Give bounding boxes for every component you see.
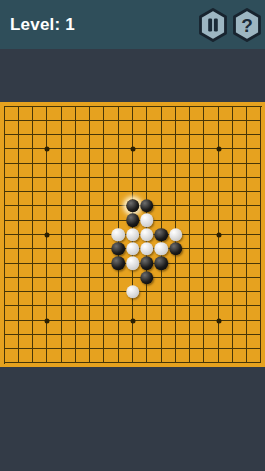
board-cell[interactable] — [176, 335, 190, 349]
board-cell[interactable] — [147, 278, 161, 292]
board-cell[interactable] — [133, 164, 147, 178]
board-cell[interactable] — [219, 249, 233, 263]
board-cell[interactable] — [247, 292, 261, 306]
board-cell[interactable] — [19, 206, 33, 220]
board-cell[interactable] — [204, 235, 218, 249]
board-cell[interactable] — [133, 121, 147, 135]
board-cell[interactable] — [162, 221, 176, 235]
board-cell[interactable] — [5, 135, 19, 149]
board-cell[interactable] — [47, 121, 61, 135]
board-cell[interactable] — [247, 235, 261, 249]
board-cell[interactable] — [233, 178, 247, 192]
board-cell[interactable] — [162, 121, 176, 135]
board-cell[interactable] — [204, 149, 218, 163]
board-cell[interactable] — [47, 264, 61, 278]
board-cell[interactable] — [247, 349, 261, 363]
board-cell[interactable] — [76, 278, 90, 292]
board-cell[interactable] — [104, 135, 118, 149]
board-cell[interactable] — [62, 192, 76, 206]
board-cell[interactable] — [62, 235, 76, 249]
board-cell[interactable] — [33, 264, 47, 278]
board-cell[interactable] — [190, 135, 204, 149]
board-cell[interactable] — [219, 321, 233, 335]
board-cell[interactable] — [47, 321, 61, 335]
board-cell[interactable] — [204, 249, 218, 263]
board-cell[interactable] — [190, 235, 204, 249]
board-cell[interactable] — [76, 349, 90, 363]
board-cell[interactable] — [119, 349, 133, 363]
board-cell[interactable] — [62, 349, 76, 363]
board-cell[interactable] — [176, 349, 190, 363]
board-cell[interactable] — [162, 164, 176, 178]
board-cell[interactable] — [90, 206, 104, 220]
board-cell[interactable] — [219, 335, 233, 349]
board-cell[interactable] — [5, 164, 19, 178]
board-cell[interactable] — [133, 221, 147, 235]
board-cell[interactable] — [19, 164, 33, 178]
board-cell[interactable] — [33, 192, 47, 206]
board-cell[interactable] — [5, 192, 19, 206]
board-cell[interactable] — [119, 107, 133, 121]
board-cell[interactable] — [76, 192, 90, 206]
board-cell[interactable] — [133, 278, 147, 292]
board-cell[interactable] — [219, 349, 233, 363]
board-cell[interactable] — [5, 221, 19, 235]
board-cell[interactable] — [5, 121, 19, 135]
board-cell[interactable] — [204, 192, 218, 206]
board-cell[interactable] — [5, 149, 19, 163]
board-cell[interactable] — [219, 306, 233, 320]
board-cell[interactable] — [233, 292, 247, 306]
board-cell[interactable] — [233, 206, 247, 220]
board-cell[interactable] — [119, 178, 133, 192]
board-cell[interactable] — [5, 321, 19, 335]
board-cell[interactable] — [247, 135, 261, 149]
board-cell[interactable] — [90, 249, 104, 263]
board-cell[interactable] — [147, 264, 161, 278]
board-cell[interactable] — [90, 264, 104, 278]
board-cell[interactable] — [204, 178, 218, 192]
board-cell[interactable] — [62, 321, 76, 335]
board-cell[interactable] — [190, 121, 204, 135]
board-cell[interactable] — [104, 335, 118, 349]
board-cell[interactable] — [190, 264, 204, 278]
board-cell[interactable] — [33, 321, 47, 335]
board-cell[interactable] — [233, 107, 247, 121]
board-cell[interactable] — [162, 306, 176, 320]
board-cell[interactable] — [62, 292, 76, 306]
go-board[interactable] — [0, 102, 265, 367]
board-cell[interactable] — [219, 221, 233, 235]
board-cell[interactable] — [47, 349, 61, 363]
board-cell[interactable] — [162, 321, 176, 335]
board-cell[interactable] — [162, 292, 176, 306]
board-cell[interactable] — [5, 249, 19, 263]
board-cell[interactable] — [104, 264, 118, 278]
board-cell[interactable] — [233, 221, 247, 235]
board-cell[interactable] — [33, 107, 47, 121]
board-cell[interactable] — [90, 178, 104, 192]
board-cell[interactable] — [176, 135, 190, 149]
board-cell[interactable] — [176, 264, 190, 278]
board-cell[interactable] — [33, 306, 47, 320]
board-cell[interactable] — [33, 164, 47, 178]
board-cell[interactable] — [76, 264, 90, 278]
board-cell[interactable] — [47, 164, 61, 178]
board-cell[interactable] — [104, 121, 118, 135]
board-cell[interactable] — [233, 149, 247, 163]
board-cell[interactable] — [219, 121, 233, 135]
board-cell[interactable] — [47, 306, 61, 320]
board-cell[interactable] — [47, 149, 61, 163]
board-cell[interactable] — [104, 292, 118, 306]
board-cell[interactable] — [247, 221, 261, 235]
board-cell[interactable] — [119, 221, 133, 235]
board-cell[interactable] — [219, 192, 233, 206]
board-cell[interactable] — [147, 235, 161, 249]
board-cell[interactable] — [33, 249, 47, 263]
board-cell[interactable] — [247, 107, 261, 121]
board-cell[interactable] — [162, 149, 176, 163]
board-cell[interactable] — [104, 178, 118, 192]
board-cell[interactable] — [190, 335, 204, 349]
board-cell[interactable] — [62, 249, 76, 263]
board-cell[interactable] — [119, 335, 133, 349]
board-cell[interactable] — [90, 121, 104, 135]
board-cell[interactable] — [33, 149, 47, 163]
board-cell[interactable] — [90, 135, 104, 149]
board-cell[interactable] — [147, 206, 161, 220]
board-cell[interactable] — [204, 278, 218, 292]
board-cell[interactable] — [19, 121, 33, 135]
board-cell[interactable] — [133, 206, 147, 220]
board-cell[interactable] — [219, 107, 233, 121]
board-cell[interactable] — [119, 164, 133, 178]
board-cell[interactable] — [233, 264, 247, 278]
board-cell[interactable] — [190, 149, 204, 163]
board-cell[interactable] — [219, 206, 233, 220]
board-cell[interactable] — [247, 206, 261, 220]
board-cell[interactable] — [47, 135, 61, 149]
board-cell[interactable] — [133, 335, 147, 349]
board-cell[interactable] — [76, 235, 90, 249]
board-cell[interactable] — [204, 292, 218, 306]
board-cell[interactable] — [219, 292, 233, 306]
board-cell[interactable] — [247, 278, 261, 292]
board-cell[interactable] — [147, 321, 161, 335]
board-cell[interactable] — [62, 121, 76, 135]
board-cell[interactable] — [104, 221, 118, 235]
board-cell[interactable] — [176, 321, 190, 335]
board-cell[interactable] — [76, 249, 90, 263]
board-cell[interactable] — [219, 264, 233, 278]
board-cell[interactable] — [147, 121, 161, 135]
board-cell[interactable] — [233, 235, 247, 249]
board-cell[interactable] — [176, 221, 190, 235]
board-cell[interactable] — [47, 178, 61, 192]
board-cell[interactable] — [204, 107, 218, 121]
board-cell[interactable] — [133, 149, 147, 163]
board-cell[interactable] — [19, 221, 33, 235]
board-cell[interactable] — [119, 235, 133, 249]
board-cell[interactable] — [5, 306, 19, 320]
board-cell[interactable] — [233, 164, 247, 178]
board-cell[interactable] — [219, 278, 233, 292]
board-cell[interactable] — [162, 335, 176, 349]
board-cell[interactable] — [147, 221, 161, 235]
board-cell[interactable] — [19, 235, 33, 249]
board-cell[interactable] — [190, 292, 204, 306]
board-cell[interactable] — [247, 121, 261, 135]
board-cell[interactable] — [162, 135, 176, 149]
board-cell[interactable] — [62, 135, 76, 149]
board-cell[interactable] — [19, 292, 33, 306]
board-cell[interactable] — [190, 321, 204, 335]
board-cell[interactable] — [62, 164, 76, 178]
board-cell[interactable] — [133, 264, 147, 278]
board-cell[interactable] — [176, 121, 190, 135]
board-cell[interactable] — [147, 164, 161, 178]
board-cell[interactable] — [147, 349, 161, 363]
board-cell[interactable] — [119, 264, 133, 278]
board-cell[interactable] — [104, 249, 118, 263]
board-cell[interactable] — [219, 135, 233, 149]
board-cell[interactable] — [176, 192, 190, 206]
board-cell[interactable] — [62, 221, 76, 235]
board-cell[interactable] — [47, 235, 61, 249]
board-cell[interactable] — [190, 107, 204, 121]
board-cell[interactable] — [62, 206, 76, 220]
board-cell[interactable] — [133, 192, 147, 206]
board-cell[interactable] — [119, 135, 133, 149]
board-cell[interactable] — [147, 178, 161, 192]
board-cell[interactable] — [247, 149, 261, 163]
board-cell[interactable] — [90, 107, 104, 121]
board-cell[interactable] — [176, 306, 190, 320]
board-cell[interactable] — [90, 235, 104, 249]
board-cell[interactable] — [47, 278, 61, 292]
board-cell[interactable] — [133, 306, 147, 320]
board-cell[interactable] — [62, 178, 76, 192]
board-cell[interactable] — [233, 192, 247, 206]
board-cell[interactable] — [90, 335, 104, 349]
board-cell[interactable] — [133, 321, 147, 335]
board-cell[interactable] — [247, 178, 261, 192]
board-cell[interactable] — [33, 349, 47, 363]
board-cell[interactable] — [47, 221, 61, 235]
board-cell[interactable] — [90, 149, 104, 163]
board-cell[interactable] — [119, 206, 133, 220]
board-cell[interactable] — [204, 206, 218, 220]
board-cell[interactable] — [5, 278, 19, 292]
board-cell[interactable] — [76, 107, 90, 121]
board-cell[interactable] — [62, 107, 76, 121]
board-cell[interactable] — [247, 335, 261, 349]
board-cell[interactable] — [76, 121, 90, 135]
board-cell[interactable] — [162, 206, 176, 220]
board-cell[interactable] — [33, 235, 47, 249]
board-cell[interactable] — [5, 178, 19, 192]
board-cell[interactable] — [162, 278, 176, 292]
board-cell[interactable] — [233, 135, 247, 149]
board-cell[interactable] — [90, 192, 104, 206]
board-cell[interactable] — [47, 335, 61, 349]
board-cell[interactable] — [104, 235, 118, 249]
board-cell[interactable] — [19, 321, 33, 335]
board-cell[interactable] — [190, 306, 204, 320]
board-cell[interactable] — [147, 192, 161, 206]
board-cell[interactable] — [176, 178, 190, 192]
board-cell[interactable] — [90, 278, 104, 292]
board-cell[interactable] — [133, 235, 147, 249]
board-cell[interactable] — [90, 164, 104, 178]
board-cell[interactable] — [133, 178, 147, 192]
board-cell[interactable] — [33, 335, 47, 349]
board-cell[interactable] — [204, 135, 218, 149]
board-cell[interactable] — [176, 292, 190, 306]
board-cell[interactable] — [204, 264, 218, 278]
board-cell[interactable] — [190, 206, 204, 220]
board-cell[interactable] — [76, 306, 90, 320]
board-cell[interactable] — [147, 249, 161, 263]
board-cell[interactable] — [204, 321, 218, 335]
board-cell[interactable] — [62, 278, 76, 292]
board-cell[interactable] — [247, 164, 261, 178]
board-cell[interactable] — [204, 121, 218, 135]
board-cell[interactable] — [104, 107, 118, 121]
board-cell[interactable] — [19, 349, 33, 363]
board-cell[interactable] — [119, 192, 133, 206]
board-cell[interactable] — [162, 178, 176, 192]
board-cell[interactable] — [162, 349, 176, 363]
board-cell[interactable] — [176, 149, 190, 163]
board-cell[interactable] — [190, 178, 204, 192]
board-cell[interactable] — [176, 278, 190, 292]
board-cell[interactable] — [5, 264, 19, 278]
board-cell[interactable] — [176, 107, 190, 121]
board-cell[interactable] — [204, 164, 218, 178]
board-cell[interactable] — [33, 206, 47, 220]
board-cell[interactable] — [19, 335, 33, 349]
board-cell[interactable] — [19, 249, 33, 263]
board-cell[interactable] — [104, 349, 118, 363]
board-cell[interactable] — [190, 278, 204, 292]
board-cell[interactable] — [5, 292, 19, 306]
board-cell[interactable] — [104, 306, 118, 320]
board-cell[interactable] — [47, 192, 61, 206]
board-cell[interactable] — [147, 107, 161, 121]
board-cell[interactable] — [233, 335, 247, 349]
board-cell[interactable] — [176, 164, 190, 178]
board-cell[interactable] — [5, 206, 19, 220]
board-cell[interactable] — [119, 292, 133, 306]
board-cell[interactable] — [162, 235, 176, 249]
board-cell[interactable] — [119, 321, 133, 335]
board-cell[interactable] — [204, 335, 218, 349]
board-cell[interactable] — [76, 178, 90, 192]
board-cell[interactable] — [233, 278, 247, 292]
board-cell[interactable] — [233, 306, 247, 320]
board-cell[interactable] — [247, 249, 261, 263]
board-cell[interactable] — [47, 249, 61, 263]
board-cell[interactable] — [204, 221, 218, 235]
board-cell[interactable] — [247, 264, 261, 278]
board-cell[interactable] — [33, 278, 47, 292]
board-cell[interactable] — [233, 121, 247, 135]
board-cell[interactable] — [147, 306, 161, 320]
board-cell[interactable] — [19, 306, 33, 320]
board-cell[interactable] — [190, 164, 204, 178]
board-cell[interactable] — [19, 192, 33, 206]
board-cell[interactable] — [204, 349, 218, 363]
board-cell[interactable] — [190, 221, 204, 235]
board-cell[interactable] — [233, 349, 247, 363]
board-cell[interactable] — [19, 135, 33, 149]
board-cell[interactable] — [219, 235, 233, 249]
board-cell[interactable] — [176, 235, 190, 249]
help-button[interactable]: ? — [232, 8, 262, 42]
board-cell[interactable] — [19, 178, 33, 192]
board-cell[interactable] — [233, 249, 247, 263]
board-cell[interactable] — [47, 292, 61, 306]
board-cell[interactable] — [76, 335, 90, 349]
board-cell[interactable] — [233, 321, 247, 335]
board-cell[interactable] — [19, 278, 33, 292]
board-cell[interactable] — [133, 292, 147, 306]
board-cell[interactable] — [104, 278, 118, 292]
board-cell[interactable] — [76, 149, 90, 163]
board-cell[interactable] — [247, 306, 261, 320]
board-cell[interactable] — [90, 221, 104, 235]
board-cell[interactable] — [62, 264, 76, 278]
board-cell[interactable] — [147, 335, 161, 349]
board-cell[interactable] — [76, 206, 90, 220]
board-cell[interactable] — [119, 121, 133, 135]
board-cell[interactable] — [33, 292, 47, 306]
board-cell[interactable] — [219, 149, 233, 163]
board-cell[interactable] — [176, 206, 190, 220]
board-cell[interactable] — [119, 278, 133, 292]
board-cell[interactable] — [5, 335, 19, 349]
board-cell[interactable] — [133, 249, 147, 263]
board-cell[interactable] — [62, 149, 76, 163]
board-cell[interactable] — [90, 349, 104, 363]
board-cell[interactable] — [133, 349, 147, 363]
board-cell[interactable] — [47, 107, 61, 121]
board-cell[interactable] — [5, 107, 19, 121]
board-cell[interactable] — [19, 107, 33, 121]
board-cell[interactable] — [247, 321, 261, 335]
board-cell[interactable] — [47, 206, 61, 220]
board-cell[interactable] — [247, 192, 261, 206]
board-cell[interactable] — [90, 321, 104, 335]
board-cell[interactable] — [162, 192, 176, 206]
board-cell[interactable] — [190, 192, 204, 206]
board-cell[interactable] — [5, 235, 19, 249]
board-cell[interactable] — [147, 292, 161, 306]
board-cell[interactable] — [133, 107, 147, 121]
board-cell[interactable] — [76, 164, 90, 178]
board-cell[interactable] — [104, 164, 118, 178]
board-cell[interactable] — [62, 335, 76, 349]
board-cell[interactable] — [33, 135, 47, 149]
board-cell[interactable] — [176, 249, 190, 263]
board-cell[interactable] — [204, 306, 218, 320]
board-cell[interactable] — [104, 321, 118, 335]
board-cell[interactable] — [190, 249, 204, 263]
board-cell[interactable] — [76, 135, 90, 149]
board-cell[interactable] — [119, 149, 133, 163]
